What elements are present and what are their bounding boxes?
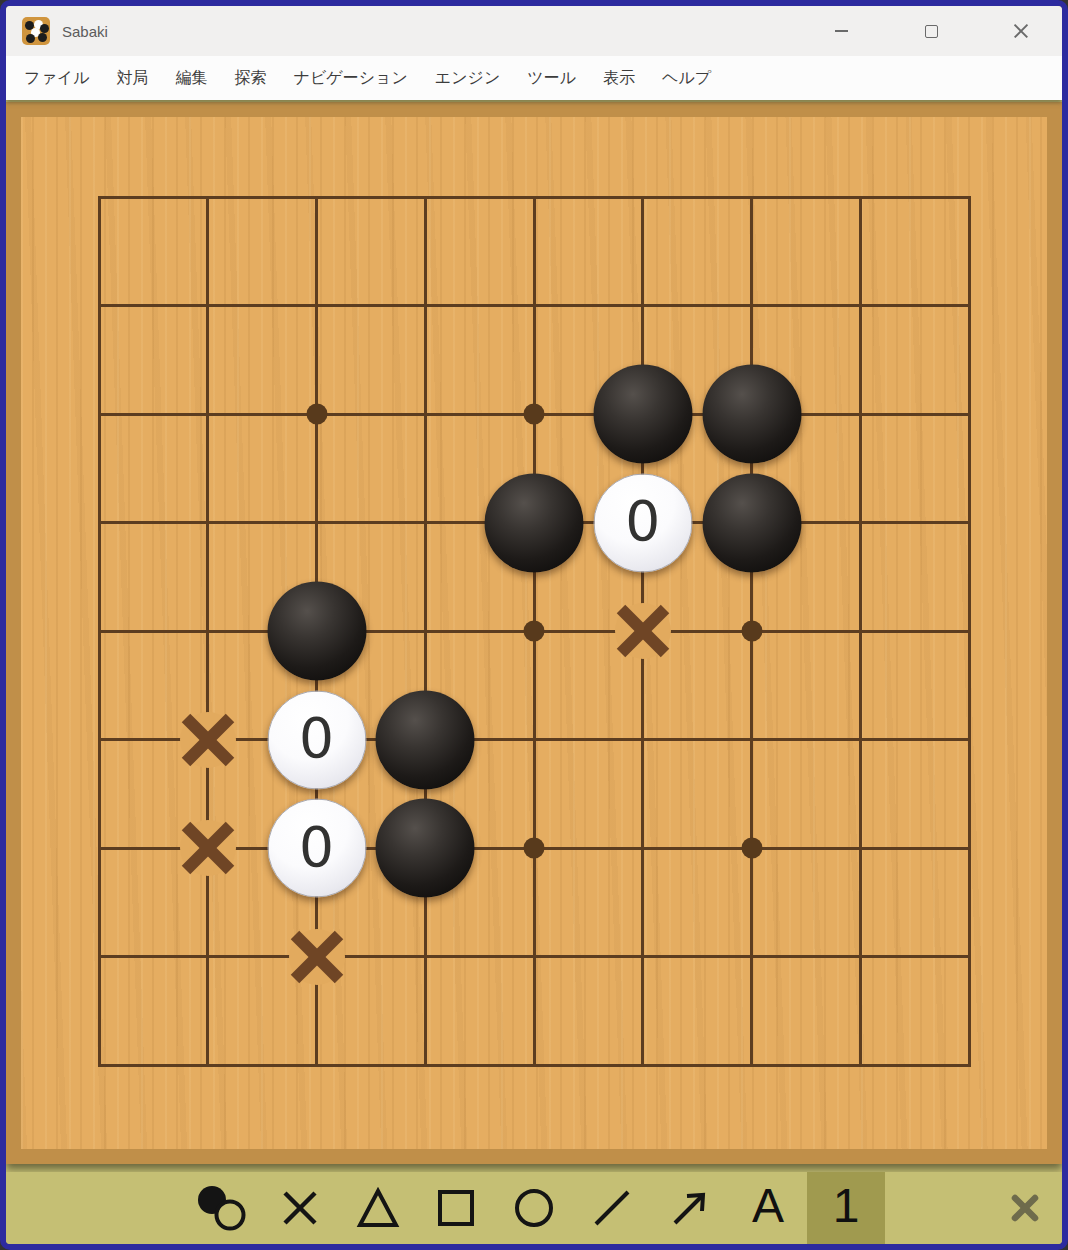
stone-pair-icon: [193, 1184, 251, 1232]
hoshi-dot: [524, 404, 545, 425]
sabaki-window: Sabaki ファイル対局編集探索ナビゲーションエンジンツール表示ヘルプ 000…: [0, 0, 1068, 1250]
minimize-button[interactable]: [818, 11, 864, 51]
stone-black[interactable]: [376, 799, 475, 898]
circle-icon: [512, 1186, 556, 1230]
tool-cross[interactable]: [261, 1172, 339, 1244]
label-icon: A: [752, 1182, 784, 1234]
stone-black[interactable]: [702, 365, 801, 464]
hoshi-dot: [741, 838, 762, 859]
cross-mark-icon: [615, 603, 671, 659]
tool-triangle[interactable]: [339, 1172, 417, 1244]
stone-number-label: 0: [299, 711, 334, 769]
stone-white[interactable]: 0: [593, 473, 692, 572]
menu-item-2[interactable]: 編集: [176, 68, 208, 89]
number-icon: 1: [833, 1182, 860, 1234]
board-area: 000: [6, 100, 1062, 1172]
stone-number-label: 0: [299, 819, 334, 877]
hoshi-dot: [524, 621, 545, 642]
cross-mark-icon: [180, 712, 236, 768]
stone-black[interactable]: [593, 365, 692, 464]
menu-item-4[interactable]: ナビゲーション: [294, 68, 408, 89]
goban-frame: 000: [6, 102, 1062, 1164]
toolbar-close-button[interactable]: [1002, 1172, 1048, 1244]
close-icon: [1009, 1192, 1041, 1224]
hoshi-dot: [741, 621, 762, 642]
goban-grid[interactable]: 000: [99, 197, 969, 1065]
menu-item-6[interactable]: ツール: [527, 68, 576, 89]
stone-white[interactable]: 0: [267, 799, 366, 898]
tool-circle[interactable]: [495, 1172, 573, 1244]
marker-cross[interactable]: [289, 929, 345, 985]
square-icon: [434, 1186, 478, 1230]
menu-item-5[interactable]: エンジン: [435, 68, 501, 89]
stone-number-label: 0: [625, 494, 660, 552]
marker-cross[interactable]: [180, 820, 236, 876]
tool-line[interactable]: [573, 1172, 651, 1244]
grid-line-vertical: [859, 196, 862, 1067]
goban[interactable]: 000: [21, 117, 1047, 1149]
stone-black[interactable]: [267, 582, 366, 681]
cross-icon: [278, 1186, 322, 1230]
tool-arrow[interactable]: [651, 1172, 729, 1244]
maximize-button[interactable]: [908, 11, 954, 51]
marker-cross[interactable]: [180, 712, 236, 768]
tool-stone[interactable]: [183, 1172, 261, 1244]
menu-bar: ファイル対局編集探索ナビゲーションエンジンツール表示ヘルプ: [6, 56, 1062, 100]
window-title: Sabaki: [62, 23, 108, 40]
arrow-icon: [668, 1186, 712, 1230]
close-icon: [1013, 23, 1029, 39]
tool-label[interactable]: A: [729, 1172, 807, 1244]
triangle-icon: [356, 1186, 400, 1230]
stone-white[interactable]: 0: [267, 690, 366, 789]
menu-item-0[interactable]: ファイル: [24, 68, 90, 89]
stone-black[interactable]: [376, 690, 475, 789]
tool-square[interactable]: [417, 1172, 495, 1244]
marker-cross[interactable]: [615, 603, 671, 659]
hoshi-dot: [524, 838, 545, 859]
stone-black[interactable]: [485, 473, 584, 572]
grid-line-horizontal: [98, 1064, 971, 1067]
menu-item-7[interactable]: 表示: [603, 68, 635, 89]
cross-mark-icon: [289, 929, 345, 985]
line-icon: [590, 1186, 634, 1230]
menu-item-8[interactable]: ヘルプ: [662, 68, 711, 89]
tool-number[interactable]: 1: [807, 1172, 885, 1244]
minimize-icon: [835, 30, 848, 32]
stone-black[interactable]: [702, 473, 801, 572]
menu-item-1[interactable]: 対局: [117, 68, 149, 89]
sabaki-app-icon: [22, 17, 50, 45]
maximize-icon: [925, 25, 938, 38]
hoshi-dot: [306, 404, 327, 425]
close-button[interactable]: [998, 11, 1044, 51]
title-bar: Sabaki: [6, 6, 1062, 56]
menu-item-3[interactable]: 探索: [235, 68, 267, 89]
cross-mark-icon: [180, 820, 236, 876]
grid-line-horizontal: [98, 955, 971, 958]
window-controls: [818, 11, 1062, 51]
edit-toolbar: A1: [6, 1172, 1062, 1244]
grid-line-vertical: [968, 196, 971, 1067]
